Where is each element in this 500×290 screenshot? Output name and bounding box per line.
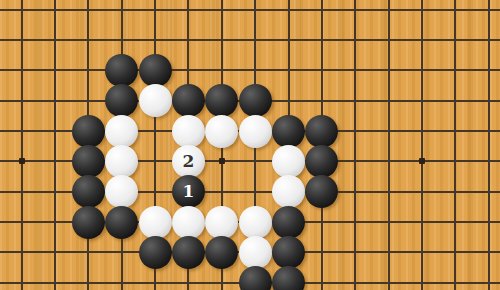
black-stone[interactable] — [305, 115, 338, 148]
black-stone[interactable] — [305, 145, 338, 178]
white-stone[interactable] — [139, 206, 172, 239]
grid-line-horizontal — [0, 69, 500, 71]
black-stone[interactable]: 1 — [172, 175, 205, 208]
white-stone[interactable] — [105, 145, 138, 178]
black-stone[interactable] — [172, 236, 205, 269]
white-stone[interactable]: 2 — [172, 145, 205, 178]
grid-line-horizontal — [0, 39, 500, 41]
grid-line-vertical — [21, 0, 23, 290]
white-stone[interactable] — [239, 115, 272, 148]
white-stone[interactable] — [139, 84, 172, 117]
black-stone[interactable] — [139, 54, 172, 87]
white-stone[interactable] — [272, 145, 305, 178]
black-stone[interactable] — [272, 115, 305, 148]
white-stone[interactable] — [239, 236, 272, 269]
black-stone[interactable] — [239, 266, 272, 290]
white-stone[interactable] — [105, 115, 138, 148]
black-stone[interactable] — [72, 115, 105, 148]
go-board[interactable]: 21 — [0, 0, 500, 290]
white-stone[interactable] — [205, 206, 238, 239]
black-stone[interactable] — [72, 145, 105, 178]
move-number-label: 1 — [172, 175, 205, 208]
grid-line-vertical — [421, 0, 423, 290]
black-stone[interactable] — [172, 84, 205, 117]
white-stone[interactable] — [172, 206, 205, 239]
grid-line-vertical — [454, 0, 456, 290]
black-stone[interactable] — [205, 236, 238, 269]
black-stone[interactable] — [105, 206, 138, 239]
grid-line-vertical — [388, 0, 390, 290]
white-stone[interactable] — [239, 206, 272, 239]
black-stone[interactable] — [272, 206, 305, 239]
move-number-label: 2 — [172, 145, 205, 178]
grid-line-horizontal — [0, 9, 500, 11]
star-point — [19, 158, 25, 164]
grid-line-vertical — [54, 0, 56, 290]
black-stone[interactable] — [272, 236, 305, 269]
black-stone[interactable] — [72, 175, 105, 208]
star-point — [219, 158, 225, 164]
star-point — [419, 158, 425, 164]
black-stone[interactable] — [139, 236, 172, 269]
black-stone[interactable] — [72, 206, 105, 239]
white-stone[interactable] — [272, 175, 305, 208]
white-stone[interactable] — [205, 115, 238, 148]
grid-line-vertical — [354, 0, 356, 290]
black-stone[interactable] — [272, 266, 305, 290]
grid-line-vertical — [488, 0, 490, 290]
black-stone[interactable] — [239, 84, 272, 117]
white-stone[interactable] — [172, 115, 205, 148]
black-stone[interactable] — [105, 54, 138, 87]
